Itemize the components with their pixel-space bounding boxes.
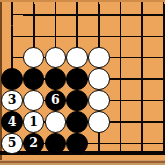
intersection-c7r5[interactable] <box>131 90 153 111</box>
intersection-c3r3[interactable] <box>45 47 67 68</box>
black-stone <box>66 111 88 133</box>
intersection-c1r6[interactable]: 4 <box>1 111 23 132</box>
black-stone <box>23 68 45 90</box>
intersection-c8r4[interactable] <box>153 68 165 89</box>
intersection-c1r1[interactable] <box>1 4 23 25</box>
intersection-c1r5[interactable]: 3 <box>1 90 23 111</box>
move-number: 6 <box>51 94 60 107</box>
intersection-c1r2[interactable] <box>1 26 23 47</box>
white-stone <box>23 47 45 69</box>
intersection-c4r3[interactable] <box>66 47 88 68</box>
black-stone <box>66 68 88 90</box>
white-stone <box>88 90 110 112</box>
white-stone <box>23 90 45 112</box>
intersection-c6r1[interactable] <box>110 4 132 25</box>
move-number: 1 <box>29 116 38 129</box>
intersection-c6r5[interactable] <box>110 90 132 111</box>
intersection-c4r7[interactable] <box>66 133 88 154</box>
intersection-c5r4[interactable] <box>88 68 110 89</box>
intersection-c1r3[interactable] <box>1 47 23 68</box>
move-number: 3 <box>8 94 17 107</box>
intersection-c4r4[interactable] <box>66 68 88 89</box>
intersection-c7r3[interactable] <box>131 47 153 68</box>
intersection-c7r2[interactable] <box>131 26 153 47</box>
black-stone: 6 <box>45 90 67 112</box>
black-stone <box>66 133 88 155</box>
move-number: 4 <box>8 116 17 129</box>
black-stone <box>45 68 67 90</box>
intersection-c8r5[interactable] <box>153 90 165 111</box>
intersection-c2r6[interactable]: 1 <box>23 111 45 132</box>
intersection-c5r5[interactable] <box>88 90 110 111</box>
intersection-c4r5[interactable] <box>66 90 88 111</box>
intersection-c6r3[interactable] <box>110 47 132 68</box>
intersection-c2r2[interactable] <box>23 26 45 47</box>
intersection-c6r2[interactable] <box>110 26 132 47</box>
intersection-c8r2[interactable] <box>153 26 165 47</box>
white-stone <box>45 111 67 133</box>
intersection-c3r1[interactable] <box>45 4 67 25</box>
intersection-c2r1[interactable] <box>23 4 45 25</box>
intersection-c5r2[interactable] <box>88 26 110 47</box>
white-stone <box>66 47 88 69</box>
white-stone <box>88 47 110 69</box>
black-stone <box>1 68 23 90</box>
intersection-c6r6[interactable] <box>110 111 132 132</box>
intersection-c5r6[interactable] <box>88 111 110 132</box>
intersection-c5r3[interactable] <box>88 47 110 68</box>
intersection-c7r4[interactable] <box>131 68 153 89</box>
black-stone <box>66 90 88 112</box>
black-stone: 4 <box>1 111 23 133</box>
intersection-c3r6[interactable] <box>45 111 67 132</box>
white-stone: 3 <box>1 90 23 112</box>
white-stone: 5 <box>1 133 23 155</box>
white-stone: 1 <box>23 111 45 133</box>
go-board-diagram: 364152 <box>0 0 165 165</box>
intersection-c2r5[interactable] <box>23 90 45 111</box>
intersection-c7r6[interactable] <box>131 111 153 132</box>
intersection-c3r7[interactable] <box>45 133 67 154</box>
intersection-c8r3[interactable] <box>153 47 165 68</box>
intersection-c4r2[interactable] <box>66 26 88 47</box>
intersection-c2r4[interactable] <box>23 68 45 89</box>
intersection-c4r1[interactable] <box>66 4 88 25</box>
intersection-c6r4[interactable] <box>110 68 132 89</box>
intersection-c3r4[interactable] <box>45 68 67 89</box>
intersection-c1r7[interactable]: 5 <box>1 133 23 154</box>
intersection-c8r1[interactable] <box>153 4 165 25</box>
intersection-c5r1[interactable] <box>88 4 110 25</box>
intersection-c1r4[interactable] <box>1 68 23 89</box>
intersection-c7r1[interactable] <box>131 4 153 25</box>
go-grid: 364152 <box>1 4 165 154</box>
intersection-c8r6[interactable] <box>153 111 165 132</box>
white-stone <box>88 111 110 133</box>
board-bevel-bottom <box>0 160 165 165</box>
white-stone <box>45 47 67 69</box>
white-stone <box>88 68 110 90</box>
move-number: 2 <box>29 137 38 150</box>
intersection-c3r2[interactable] <box>45 26 67 47</box>
move-number: 5 <box>8 137 17 150</box>
intersection-c2r3[interactable] <box>23 47 45 68</box>
intersection-c3r5[interactable]: 6 <box>45 90 67 111</box>
intersection-c4r6[interactable] <box>66 111 88 132</box>
